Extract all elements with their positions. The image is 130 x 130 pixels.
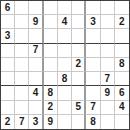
sudoku-cell-r4c9[interactable] — [115, 44, 129, 58]
sudoku-cell-r5c4[interactable] — [44, 58, 58, 72]
sudoku-cell-r1c2[interactable] — [15, 1, 29, 15]
sudoku-cell-r8c6[interactable]: 5 — [72, 101, 86, 115]
sudoku-cell-r7c8[interactable]: 9 — [101, 86, 115, 100]
sudoku-cell-r3c9[interactable] — [115, 29, 129, 43]
sudoku-cell-r6c4[interactable] — [44, 72, 58, 86]
sudoku-cell-r4c3[interactable]: 7 — [29, 44, 43, 58]
sudoku-cell-r9c3[interactable]: 3 — [29, 115, 43, 129]
sudoku-cell-r3c6[interactable] — [72, 29, 86, 43]
sudoku-cell-r6c5[interactable]: 8 — [58, 72, 72, 86]
sudoku-cell-r5c3[interactable] — [29, 58, 43, 72]
sudoku-cell-r5c1[interactable] — [1, 58, 15, 72]
sudoku-cell-r6c8[interactable]: 7 — [101, 72, 115, 86]
sudoku-cell-r1c1[interactable]: 6 — [1, 1, 15, 15]
sudoku-cell-r4c7[interactable] — [86, 44, 100, 58]
sudoku-cell-r7c2[interactable] — [15, 86, 29, 100]
sudoku-cell-r8c4[interactable]: 2 — [44, 101, 58, 115]
sudoku-cell-r5c6[interactable]: 2 — [72, 58, 86, 72]
sudoku-cell-r6c9[interactable] — [115, 72, 129, 86]
sudoku-cell-r1c5[interactable] — [58, 1, 72, 15]
sudoku-cell-r2c8[interactable] — [101, 15, 115, 29]
sudoku-cell-r1c7[interactable] — [86, 1, 100, 15]
sudoku-cell-r5c7[interactable] — [86, 58, 100, 72]
sudoku-cell-r9c9[interactable] — [115, 115, 129, 129]
sudoku-cell-r3c4[interactable] — [44, 29, 58, 43]
sudoku-cell-r3c5[interactable] — [58, 29, 72, 43]
sudoku-cell-r5c2[interactable] — [15, 58, 29, 72]
sudoku-cell-r2c1[interactable] — [1, 15, 15, 29]
sudoku-cell-r9c4[interactable]: 9 — [44, 115, 58, 129]
sudoku-cell-r9c6[interactable] — [72, 115, 86, 129]
sudoku-cell-r7c9[interactable]: 6 — [115, 86, 129, 100]
sudoku-cell-r8c2[interactable] — [15, 101, 29, 115]
sudoku-cell-r7c5[interactable] — [58, 86, 72, 100]
sudoku-cell-r9c1[interactable]: 2 — [1, 115, 15, 129]
sudoku-cell-r9c5[interactable] — [58, 115, 72, 129]
sudoku-board: 694323728874896257427398 — [0, 0, 130, 130]
sudoku-cell-r1c4[interactable] — [44, 1, 58, 15]
sudoku-cell-r2c7[interactable]: 3 — [86, 15, 100, 29]
sudoku-cell-r3c3[interactable] — [29, 29, 43, 43]
sudoku-cell-r2c9[interactable]: 2 — [115, 15, 129, 29]
sudoku-cell-r2c6[interactable] — [72, 15, 86, 29]
sudoku-cell-r7c3[interactable]: 4 — [29, 86, 43, 100]
sudoku-cell-r7c7[interactable] — [86, 86, 100, 100]
sudoku-cell-r4c6[interactable] — [72, 44, 86, 58]
sudoku-cell-r5c8[interactable] — [101, 58, 115, 72]
sudoku-cell-r3c2[interactable] — [15, 29, 29, 43]
sudoku-cell-r8c8[interactable] — [101, 101, 115, 115]
sudoku-cell-r4c2[interactable] — [15, 44, 29, 58]
sudoku-cell-r1c8[interactable] — [101, 1, 115, 15]
sudoku-cell-r3c7[interactable] — [86, 29, 100, 43]
sudoku-cell-r6c2[interactable] — [15, 72, 29, 86]
sudoku-cell-r5c5[interactable] — [58, 58, 72, 72]
sudoku-cell-r6c7[interactable] — [86, 72, 100, 86]
sudoku-cell-r7c6[interactable] — [72, 86, 86, 100]
sudoku-cell-r7c1[interactable] — [1, 86, 15, 100]
sudoku-cell-r1c3[interactable] — [29, 1, 43, 15]
sudoku-cell-r3c8[interactable] — [101, 29, 115, 43]
sudoku-cell-r2c3[interactable]: 9 — [29, 15, 43, 29]
sudoku-cell-r6c3[interactable] — [29, 72, 43, 86]
sudoku-cell-r8c7[interactable]: 7 — [86, 101, 100, 115]
sudoku-cell-r2c5[interactable]: 4 — [58, 15, 72, 29]
sudoku-cell-r9c7[interactable]: 8 — [86, 115, 100, 129]
sudoku-cell-r4c4[interactable] — [44, 44, 58, 58]
sudoku-cell-r8c3[interactable] — [29, 101, 43, 115]
sudoku-cell-r5c9[interactable]: 8 — [115, 58, 129, 72]
sudoku-cell-r9c8[interactable] — [101, 115, 115, 129]
sudoku-cell-r8c5[interactable] — [58, 101, 72, 115]
sudoku-cell-r1c6[interactable] — [72, 1, 86, 15]
sudoku-cell-r8c9[interactable]: 4 — [115, 101, 129, 115]
sudoku-cell-r4c1[interactable] — [1, 44, 15, 58]
sudoku-cell-r4c8[interactable] — [101, 44, 115, 58]
sudoku-cell-r3c1[interactable]: 3 — [1, 29, 15, 43]
sudoku-cell-r9c2[interactable]: 7 — [15, 115, 29, 129]
sudoku-cell-r2c2[interactable] — [15, 15, 29, 29]
sudoku-cell-r4c5[interactable] — [58, 44, 72, 58]
sudoku-cell-r8c1[interactable] — [1, 101, 15, 115]
sudoku-cell-r7c4[interactable]: 8 — [44, 86, 58, 100]
sudoku-cell-r6c6[interactable] — [72, 72, 86, 86]
sudoku-cell-r1c9[interactable] — [115, 1, 129, 15]
sudoku-cell-r6c1[interactable] — [1, 72, 15, 86]
sudoku-cell-r2c4[interactable] — [44, 15, 58, 29]
